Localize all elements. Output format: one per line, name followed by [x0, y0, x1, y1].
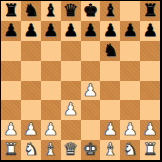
black-pawn-icon[interactable]: ♟ — [63, 21, 78, 41]
black-knight-icon[interactable]: ♞ — [23, 1, 38, 21]
black-bishop-icon[interactable]: ♝ — [103, 1, 118, 21]
square-e3[interactable] — [81, 100, 101, 120]
black-king-icon[interactable]: ♚ — [83, 1, 98, 21]
square-f6[interactable]: ♞ — [100, 41, 120, 61]
black-pawn-icon[interactable]: ♟ — [3, 21, 18, 41]
square-d6[interactable] — [61, 41, 81, 61]
square-g8[interactable] — [120, 1, 140, 21]
white-pawn-icon[interactable]: ♟ — [3, 120, 18, 140]
black-queen-icon[interactable]: ♛ — [63, 1, 78, 21]
black-pawn-icon[interactable]: ♟ — [43, 21, 58, 41]
white-rook-icon[interactable]: ♜ — [142, 140, 157, 160]
square-e7[interactable]: ♟ — [81, 21, 101, 41]
square-a6[interactable] — [1, 41, 21, 61]
square-f3[interactable] — [100, 100, 120, 120]
square-d4[interactable] — [61, 81, 81, 101]
square-b7[interactable]: ♟ — [21, 21, 41, 41]
square-a4[interactable] — [1, 81, 21, 101]
square-h8[interactable]: ♜ — [140, 1, 160, 21]
white-pawn-icon[interactable]: ♟ — [142, 120, 157, 140]
square-b6[interactable] — [21, 41, 41, 61]
square-c4[interactable] — [41, 81, 61, 101]
white-pawn-icon[interactable]: ♟ — [23, 120, 38, 140]
chess-board-frame: ♜♞♝♛♚♝♜♟♟♟♟♟♟♟♟♞♟♟♟♟♟♟♟♟♜♞♝♛♚♝♞♜ — [0, 0, 162, 162]
white-bishop-icon[interactable]: ♝ — [103, 140, 118, 160]
black-knight-icon[interactable]: ♞ — [103, 41, 118, 61]
square-a1[interactable]: ♜ — [1, 140, 21, 160]
square-b1[interactable]: ♞ — [21, 140, 41, 160]
square-d8[interactable]: ♛ — [61, 1, 81, 21]
square-b4[interactable] — [21, 81, 41, 101]
white-pawn-icon[interactable]: ♟ — [123, 120, 138, 140]
square-c5[interactable] — [41, 61, 61, 81]
square-c7[interactable]: ♟ — [41, 21, 61, 41]
square-a5[interactable] — [1, 61, 21, 81]
white-pawn-icon[interactable]: ♟ — [43, 120, 58, 140]
square-h7[interactable]: ♟ — [140, 21, 160, 41]
white-pawn-icon[interactable]: ♟ — [83, 81, 98, 101]
black-pawn-icon[interactable]: ♟ — [83, 21, 98, 41]
square-d7[interactable]: ♟ — [61, 21, 81, 41]
square-e8[interactable]: ♚ — [81, 1, 101, 21]
square-h5[interactable] — [140, 61, 160, 81]
black-pawn-icon[interactable]: ♟ — [123, 21, 138, 41]
square-c1[interactable]: ♝ — [41, 140, 61, 160]
square-f5[interactable] — [100, 61, 120, 81]
square-g1[interactable]: ♞ — [120, 140, 140, 160]
square-d3[interactable]: ♟ — [61, 100, 81, 120]
white-knight-icon[interactable]: ♞ — [23, 140, 38, 160]
white-bishop-icon[interactable]: ♝ — [43, 140, 58, 160]
square-e6[interactable] — [81, 41, 101, 61]
square-f1[interactable]: ♝ — [100, 140, 120, 160]
white-rook-icon[interactable]: ♜ — [3, 140, 18, 160]
square-e5[interactable] — [81, 61, 101, 81]
square-g5[interactable] — [120, 61, 140, 81]
black-pawn-icon[interactable]: ♟ — [142, 21, 157, 41]
square-g2[interactable]: ♟ — [120, 120, 140, 140]
square-a8[interactable]: ♜ — [1, 1, 21, 21]
square-h3[interactable] — [140, 100, 160, 120]
square-h1[interactable]: ♜ — [140, 140, 160, 160]
square-a7[interactable]: ♟ — [1, 21, 21, 41]
square-g6[interactable] — [120, 41, 140, 61]
square-h2[interactable]: ♟ — [140, 120, 160, 140]
square-f4[interactable] — [100, 81, 120, 101]
square-f2[interactable]: ♟ — [100, 120, 120, 140]
square-e4[interactable]: ♟ — [81, 81, 101, 101]
chess-board: ♜♞♝♛♚♝♜♟♟♟♟♟♟♟♟♞♟♟♟♟♟♟♟♟♜♞♝♛♚♝♞♜ — [1, 1, 160, 160]
black-rook-icon[interactable]: ♜ — [142, 1, 157, 21]
square-h6[interactable] — [140, 41, 160, 61]
white-pawn-icon[interactable]: ♟ — [103, 120, 118, 140]
square-g4[interactable] — [120, 81, 140, 101]
square-b3[interactable] — [21, 100, 41, 120]
square-a2[interactable]: ♟ — [1, 120, 21, 140]
white-queen-icon[interactable]: ♛ — [63, 140, 78, 160]
square-e2[interactable] — [81, 120, 101, 140]
square-e1[interactable]: ♚ — [81, 140, 101, 160]
black-pawn-icon[interactable]: ♟ — [23, 21, 38, 41]
square-c8[interactable]: ♝ — [41, 1, 61, 21]
square-c3[interactable] — [41, 100, 61, 120]
square-d2[interactable] — [61, 120, 81, 140]
square-a3[interactable] — [1, 100, 21, 120]
square-d5[interactable] — [61, 61, 81, 81]
square-b2[interactable]: ♟ — [21, 120, 41, 140]
square-g7[interactable]: ♟ — [120, 21, 140, 41]
square-f7[interactable]: ♟ — [100, 21, 120, 41]
black-bishop-icon[interactable]: ♝ — [43, 1, 58, 21]
black-pawn-icon[interactable]: ♟ — [103, 21, 118, 41]
white-pawn-icon[interactable]: ♟ — [63, 100, 78, 120]
square-h4[interactable] — [140, 81, 160, 101]
square-b8[interactable]: ♞ — [21, 1, 41, 21]
black-rook-icon[interactable]: ♜ — [3, 1, 18, 21]
square-f8[interactable]: ♝ — [100, 1, 120, 21]
square-d1[interactable]: ♛ — [61, 140, 81, 160]
white-king-icon[interactable]: ♚ — [83, 140, 98, 160]
square-g3[interactable] — [120, 100, 140, 120]
square-c2[interactable]: ♟ — [41, 120, 61, 140]
square-c6[interactable] — [41, 41, 61, 61]
white-knight-icon[interactable]: ♞ — [123, 140, 138, 160]
square-b5[interactable] — [21, 61, 41, 81]
